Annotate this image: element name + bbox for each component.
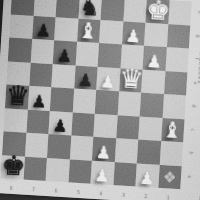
square-a8[interactable]: ♚ [1,155,25,180]
square-c7[interactable] [26,109,50,134]
black-pawn-e5[interactable]: ♟ [74,72,97,90]
bottom-label-1: 1 [157,194,179,200]
square-f7[interactable] [30,39,54,64]
black-knight-h5[interactable]: ♞ [78,0,102,20]
right-label-b: b [188,148,195,158]
square-c6[interactable]: ♟ [48,111,72,136]
square-h2[interactable]: ♚ [145,0,169,24]
square-e7[interactable] [29,62,53,87]
square-c4[interactable] [93,113,117,138]
square-g6[interactable] [54,17,78,42]
square-d2[interactable] [140,93,164,118]
bottom-label-8: 8 [0,184,22,191]
square-e3[interactable]: ♛ [119,68,143,93]
square-e5[interactable]: ♟ [74,65,98,90]
square-a4[interactable]: ♟ [90,160,114,185]
chess-board: ♞♚♟♝♟♟♟♟♟♛♛♟♟♝♟♚♟♟❖ Onchess 87654321hgfe… [0,0,200,200]
bottom-label-7: 7 [22,186,44,193]
square-h1[interactable] [168,0,192,25]
square-e6[interactable] [51,64,75,89]
square-c8[interactable] [3,108,27,133]
right-label-g: g [195,30,200,40]
right-label-a: a [187,171,194,181]
square-f2[interactable]: ♟ [143,46,167,71]
square-f5[interactable] [75,42,99,67]
bottom-label-5: 5 [67,188,89,195]
square-d1[interactable] [162,94,186,119]
square-b1[interactable] [159,141,183,166]
square-b4[interactable]: ♟ [92,137,116,162]
white-pawn-g3[interactable]: ♟ [122,27,145,45]
square-f6[interactable]: ♟ [53,40,77,65]
white-pawn-b4[interactable]: ♟ [92,143,115,161]
square-g1[interactable] [166,24,190,49]
square-g3[interactable]: ♟ [122,21,146,46]
square-e4[interactable]: ♟ [96,66,120,91]
square-a2[interactable]: ♟ [135,163,159,188]
square-h3[interactable] [123,0,147,22]
right-label-h: h [197,7,200,17]
square-c2[interactable] [138,116,162,141]
white-bishop-c1[interactable]: ♝ [161,119,185,142]
bottom-label-2: 2 [135,192,157,199]
square-d5[interactable] [72,89,96,114]
square-g2[interactable] [144,22,168,47]
right-label-f: f [194,54,200,64]
white-pawn-e4[interactable]: ♟ [96,73,119,91]
square-h6[interactable] [56,0,80,18]
square-c5[interactable] [71,112,95,137]
white-bishop-g5[interactable]: ♝ [77,20,101,43]
square-g8[interactable] [9,14,33,39]
square-a1[interactable]: ❖ [158,164,182,189]
black-king-a8[interactable]: ♚ [1,151,25,179]
square-a7[interactable] [23,156,47,181]
square-d8[interactable]: ♛ [5,84,29,109]
square-a5[interactable] [68,159,92,184]
square-b2[interactable] [137,140,161,165]
brand-emblem: ❖ [158,167,182,186]
square-g5[interactable]: ♝ [77,18,101,43]
bottom-label-6: 6 [45,187,67,194]
square-f1[interactable] [165,47,189,72]
square-b5[interactable] [69,135,93,160]
bottom-label-3: 3 [112,191,134,198]
square-h5[interactable]: ♞ [78,0,102,20]
square-d6[interactable] [50,87,74,112]
white-pawn-a4[interactable]: ♟ [90,167,113,185]
square-f4[interactable] [98,43,122,68]
white-pawn-f2[interactable]: ♟ [143,52,166,70]
black-queen-d8[interactable]: ♛ [5,81,29,109]
right-label-e: e [193,77,200,87]
square-d4[interactable] [95,90,119,115]
right-label-d: d [191,101,198,111]
square-g7[interactable]: ♟ [32,15,56,40]
square-f8[interactable] [8,37,32,62]
bottom-label-4: 4 [90,190,112,197]
square-g4[interactable] [99,20,123,45]
square-d7[interactable]: ♟ [27,86,51,111]
white-pawn-a2[interactable]: ♟ [135,169,158,187]
square-e2[interactable] [141,69,165,94]
square-a3[interactable] [113,162,137,187]
black-pawn-d7[interactable]: ♟ [27,92,50,110]
square-e1[interactable] [164,71,188,96]
square-h4[interactable] [100,0,124,21]
black-pawn-c6[interactable]: ♟ [48,117,71,135]
square-b7[interactable] [25,133,49,158]
square-h8[interactable] [11,0,35,15]
black-pawn-g7[interactable]: ♟ [32,22,55,40]
chessboard-photo: ♞♚♟♝♟♟♟♟♟♛♛♟♟♝♟♚♟♟❖ Onchess 87654321hgfe… [0,0,200,200]
square-c1[interactable]: ♝ [161,117,185,142]
white-king-h2[interactable]: ♚ [145,0,169,24]
square-b3[interactable] [114,138,138,163]
square-b6[interactable] [47,134,71,159]
board-grid: ♞♚♟♝♟♟♟♟♟♛♛♟♟♝♟♚♟♟❖ [1,0,192,189]
square-a6[interactable] [46,158,70,183]
square-d3[interactable] [117,91,141,116]
white-queen-e3[interactable]: ♛ [119,64,143,92]
square-c3[interactable] [116,115,140,140]
right-label-c: c [190,124,197,134]
square-h7[interactable] [33,0,57,17]
black-pawn-f6[interactable]: ♟ [53,47,76,65]
